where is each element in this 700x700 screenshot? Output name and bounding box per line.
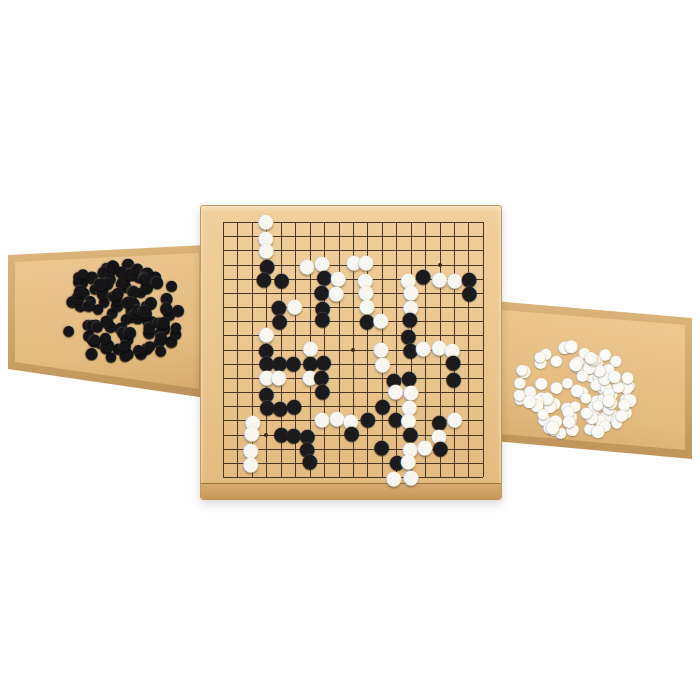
black-stone[interactable]: ● (286, 355, 301, 370)
black-stone[interactable]: ● (374, 439, 389, 454)
black-stone[interactable]: ● (433, 440, 448, 455)
black-tray-stone: ● (107, 259, 119, 271)
white-stone[interactable]: ● (417, 439, 432, 454)
black-tray-stone: ● (160, 302, 172, 314)
black-stone[interactable]: ● (315, 311, 330, 326)
black-stone[interactable]: ● (286, 398, 301, 413)
white-tray-stone: ● (581, 407, 592, 418)
white-stone[interactable]: ● (386, 470, 401, 485)
black-tray-stone: ● (139, 273, 149, 283)
black-tray-stone: ● (172, 305, 183, 316)
black-tray-stone: ● (151, 276, 163, 288)
grid-line-v (396, 222, 397, 477)
white-tray-stone: ● (616, 410, 627, 421)
black-tray-stone: ● (86, 347, 98, 359)
white-stone[interactable]: ● (403, 469, 418, 484)
white-stone[interactable]: ● (447, 411, 462, 426)
white-tray-stone: ● (622, 372, 633, 383)
grid-line-v (468, 222, 469, 477)
white-tray-stone: ● (603, 394, 615, 406)
black-tray-stone: ● (171, 321, 181, 331)
hoshi-point (438, 263, 442, 267)
hoshi-point (264, 433, 268, 437)
board-front-edge (201, 483, 501, 499)
black-tray-stone: ● (94, 278, 106, 290)
black-tray-stone: ● (139, 305, 151, 317)
black-tray-stone: ● (63, 325, 73, 335)
black-stone[interactable]: ● (315, 383, 330, 398)
grid-line-h (223, 463, 483, 464)
black-tray-stone: ● (119, 340, 130, 351)
grid-line-v (483, 222, 484, 477)
go-board[interactable]: ●●●●●●●●●●●●●●●●●●●●●●●●●●●●●●●●●●●●●●●●… (200, 205, 502, 500)
white-tray-stone: ● (585, 352, 597, 364)
black-tray-stone: ● (122, 296, 134, 308)
hoshi-point (351, 348, 355, 352)
white-stone[interactable]: ● (287, 298, 302, 313)
white-stone[interactable]: ● (329, 285, 344, 300)
white-tray-stone: ● (570, 358, 582, 370)
black-stone[interactable]: ● (302, 453, 317, 468)
black-stone[interactable]: ● (256, 271, 271, 286)
white-stone[interactable]: ● (416, 340, 431, 355)
white-tray-stone: ● (551, 355, 562, 366)
white-stone[interactable]: ● (432, 271, 447, 286)
white-tray-stone: ● (565, 339, 577, 351)
white-tray-stone: ● (592, 424, 604, 436)
white-tray-stone: ● (523, 395, 535, 407)
white-tray-stone: ● (535, 351, 545, 361)
white-stone[interactable]: ● (373, 312, 388, 327)
black-tray-stone: ● (155, 345, 165, 355)
white-stone[interactable]: ● (315, 411, 330, 426)
white-stone[interactable]: ● (243, 456, 258, 471)
black-tray-stone: ● (78, 268, 88, 278)
grid-line-h (223, 477, 483, 478)
white-stone[interactable]: ● (300, 258, 315, 273)
white-tray-stone: ● (515, 377, 526, 388)
black-stone[interactable]: ● (360, 411, 375, 426)
black-tray-stone: ● (100, 332, 111, 343)
black-tray-stone: ● (133, 344, 143, 354)
white-tray-stone: ● (546, 420, 558, 432)
go-table-scene: ●●●●●●●●●●●●●●●●●●●●●●●●●●●●●●●●●●●●●●●●… (0, 0, 700, 700)
black-stone[interactable]: ● (462, 285, 477, 300)
black-stone[interactable]: ● (446, 371, 461, 386)
white-tray-stone: ● (536, 378, 547, 389)
black-tray-stone: ● (124, 327, 136, 339)
white-tray-stone: ● (563, 416, 574, 427)
black-tray-stone: ● (158, 316, 170, 328)
black-tray-stone: ● (74, 285, 86, 297)
black-stone[interactable]: ● (274, 272, 289, 287)
black-tray-stone: ● (83, 300, 94, 311)
white-tray-stone: ● (609, 370, 621, 382)
black-stone[interactable]: ● (344, 425, 359, 440)
